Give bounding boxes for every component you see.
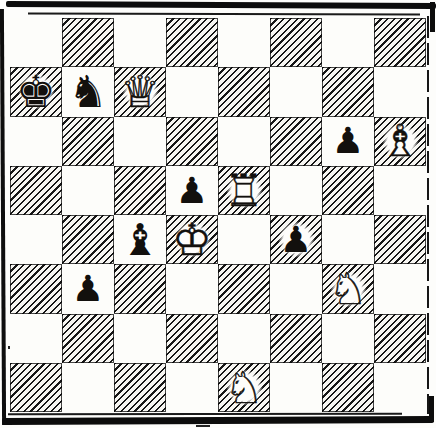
square-f5 (270, 166, 322, 215)
board-border-top-inner (28, 12, 420, 15)
print-speck (196, 425, 210, 427)
square-a4 (10, 215, 62, 264)
square-e8 (218, 18, 270, 67)
square-d4: ♔ (166, 215, 218, 264)
square-d8 (166, 18, 218, 67)
square-b6 (62, 117, 114, 166)
square-f1 (270, 363, 322, 412)
square-c6 (114, 117, 166, 166)
board-border-left (0, 9, 6, 425)
chess-board: ♚♞♕♟♗♟♖♝♔♟♟♘♘ (10, 18, 426, 412)
board-border-bottom (2, 416, 434, 425)
square-d7 (166, 67, 218, 116)
square-e1: ♘ (218, 363, 270, 412)
square-h5 (374, 166, 426, 215)
square-h4 (374, 215, 426, 264)
square-g2 (322, 314, 374, 363)
square-e4 (218, 215, 270, 264)
square-g3: ♘ (322, 264, 374, 313)
white-queen: ♕ (117, 68, 164, 115)
square-e7 (218, 67, 270, 116)
square-h6: ♗ (374, 117, 426, 166)
square-f3 (270, 264, 322, 313)
square-c5 (114, 166, 166, 215)
square-d1 (166, 363, 218, 412)
square-c1 (114, 363, 166, 412)
square-g7 (322, 67, 374, 116)
square-f4: ♟ (270, 215, 322, 264)
board-border-top (6, 1, 436, 9)
square-e2 (218, 314, 270, 363)
square-e5: ♖ (218, 166, 270, 215)
board-border-bottom-inner (8, 413, 402, 416)
square-b8 (62, 18, 114, 67)
black-pawn: ♟ (325, 118, 372, 165)
white-rook: ♖ (221, 167, 268, 214)
square-b7: ♞ (62, 67, 114, 116)
white-knight: ♘ (221, 364, 268, 411)
square-h8 (374, 18, 426, 67)
square-d6 (166, 117, 218, 166)
black-king: ♚ (13, 68, 60, 115)
square-h1 (374, 363, 426, 412)
square-c3 (114, 264, 166, 313)
square-f6 (270, 117, 322, 166)
square-d2 (166, 314, 218, 363)
square-a8 (10, 18, 62, 67)
square-c7: ♕ (114, 67, 166, 116)
square-a5 (10, 166, 62, 215)
square-g4 (322, 215, 374, 264)
square-a6 (10, 117, 62, 166)
square-b5 (62, 166, 114, 215)
black-bishop: ♝ (117, 216, 164, 263)
square-h3 (374, 264, 426, 313)
square-g1 (322, 363, 374, 412)
black-pawn: ♟ (273, 216, 320, 263)
square-b1 (62, 363, 114, 412)
square-c2 (114, 314, 166, 363)
square-f8 (270, 18, 322, 67)
square-d5: ♟ (166, 166, 218, 215)
square-h2 (374, 314, 426, 363)
chess-diagram: ♚♞♕♟♗♟♖♝♔♟♟♘♘ (0, 0, 436, 428)
white-bishop: ♗ (377, 118, 424, 165)
square-e6 (218, 117, 270, 166)
square-g6: ♟ (322, 117, 374, 166)
square-a7: ♚ (10, 67, 62, 116)
square-g8 (322, 18, 374, 67)
black-pawn: ♟ (65, 266, 112, 313)
white-knight: ♘ (325, 266, 372, 313)
black-pawn: ♟ (169, 167, 216, 214)
square-f7 (270, 67, 322, 116)
square-a2 (10, 314, 62, 363)
square-a3 (10, 264, 62, 313)
board-border-right-top (430, 2, 435, 32)
square-a1 (10, 363, 62, 412)
board-border-right (427, 16, 429, 414)
black-knight: ♞ (65, 68, 112, 115)
square-b4 (62, 215, 114, 264)
square-d3 (166, 264, 218, 313)
square-g5 (322, 166, 374, 215)
square-b2 (62, 314, 114, 363)
square-b3: ♟ (62, 264, 114, 313)
square-c4: ♝ (114, 215, 166, 264)
square-c8 (114, 18, 166, 67)
square-e3 (218, 264, 270, 313)
white-king: ♔ (169, 216, 216, 263)
square-h7 (374, 67, 426, 116)
square-f2 (270, 314, 322, 363)
